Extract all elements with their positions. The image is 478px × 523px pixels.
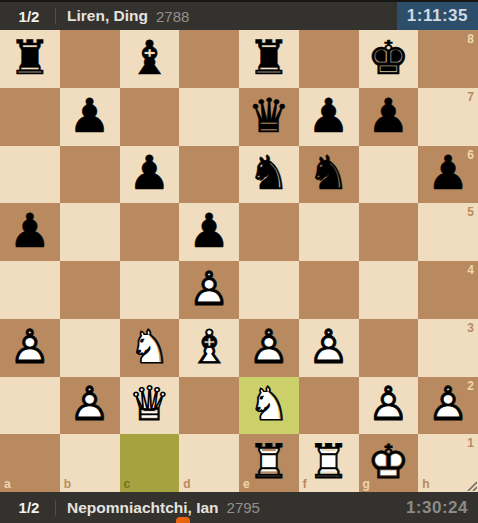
square-a4[interactable] [0,261,60,319]
black-knight[interactable]: ♞ [299,146,359,204]
white-pawn[interactable]: ♟♙ [0,319,60,377]
chess-app: 1/2 Liren, Ding 2788 1:11:35 ♜♝♜♚8♟♛♟♟7♟… [0,0,478,523]
square-a6[interactable] [0,146,60,204]
square-a7[interactable] [0,88,60,146]
black-pawn[interactable]: ♟ [359,88,419,146]
rank-label-7: 7 [467,91,474,103]
square-e2[interactable]: ♞♘ [239,377,299,435]
square-h8[interactable]: 8 [418,30,478,88]
white-knight[interactable]: ♞♘ [120,319,180,377]
square-e8[interactable]: ♜ [239,30,299,88]
square-f7[interactable]: ♟ [299,88,359,146]
white-pawn[interactable]: ♟♙ [60,377,120,435]
top-player-name: Liren, Ding [67,7,148,25]
white-queen[interactable]: ♛♕ [120,377,180,435]
square-d3[interactable]: ♝♗ [179,319,239,377]
black-rook[interactable]: ♜ [239,30,299,88]
white-knight[interactable]: ♞♘ [239,377,299,435]
flame-icon [176,517,190,523]
square-g4[interactable] [359,261,419,319]
square-b5[interactable] [60,203,120,261]
square-f4[interactable] [299,261,359,319]
rank-label-1: 1 [467,437,474,449]
board-resize-handle[interactable] [465,479,477,491]
top-player-rating: 2788 [156,8,189,25]
square-h2[interactable]: ♟♙2 [418,377,478,435]
black-bishop[interactable]: ♝ [120,30,180,88]
square-b4[interactable] [60,261,120,319]
square-e7[interactable]: ♛ [239,88,299,146]
rank-label-4: 4 [467,264,474,276]
black-pawn[interactable]: ♟ [60,88,120,146]
square-g3[interactable] [359,319,419,377]
square-d6[interactable] [179,146,239,204]
square-c2[interactable]: ♛♕ [120,377,180,435]
square-g7[interactable]: ♟ [359,88,419,146]
white-bishop[interactable]: ♝♗ [179,319,239,377]
file-label-g: g [363,478,370,490]
square-c6[interactable]: ♟ [120,146,180,204]
square-g5[interactable] [359,203,419,261]
divider [55,8,56,24]
square-b1[interactable]: b [60,434,120,492]
black-knight[interactable]: ♞ [239,146,299,204]
square-g8[interactable]: ♚ [359,30,419,88]
square-e3[interactable]: ♟♙ [239,319,299,377]
square-e4[interactable] [239,261,299,319]
square-f8[interactable] [299,30,359,88]
square-a5[interactable]: ♟ [0,203,60,261]
square-d4[interactable]: ♟♙ [179,261,239,319]
square-b7[interactable]: ♟ [60,88,120,146]
square-e6[interactable]: ♞ [239,146,299,204]
square-c8[interactable]: ♝ [120,30,180,88]
square-c1[interactable]: c [120,434,180,492]
white-pawn[interactable]: ♟♙ [179,261,239,319]
square-h5[interactable]: 5 [418,203,478,261]
rank-label-2: 2 [467,380,474,392]
file-label-a: a [4,478,11,490]
square-c7[interactable] [120,88,180,146]
square-b6[interactable] [60,146,120,204]
bottom-player-clock: 1:30:24 [396,492,478,523]
top-player-clock: 1:11:35 [397,2,478,30]
square-g1[interactable]: ♚♔g [359,434,419,492]
bottom-player-bar: 1/2 Nepomniachtchi, Ian 2795 1:30:24 [0,492,478,523]
square-f1[interactable]: ♜♖f [299,434,359,492]
black-pawn[interactable]: ♟ [179,203,239,261]
rank-label-5: 5 [467,206,474,218]
square-c3[interactable]: ♞♘ [120,319,180,377]
square-b8[interactable] [60,30,120,88]
divider [55,500,56,516]
square-c4[interactable] [120,261,180,319]
square-b3[interactable] [60,319,120,377]
rank-label-8: 8 [467,33,474,45]
square-a1[interactable]: a [0,434,60,492]
square-f3[interactable]: ♟♙ [299,319,359,377]
white-pawn[interactable]: ♟♙ [239,319,299,377]
file-label-h: h [422,478,429,490]
board: ♜♝♜♚8♟♛♟♟7♟♞♞♟6♟♟5♟♙4♟♙♞♘♝♗♟♙♟♙3♟♙♛♕♞♘♟♙… [0,30,478,492]
file-label-f: f [303,478,307,490]
square-d2[interactable] [179,377,239,435]
square-g6[interactable] [359,146,419,204]
file-label-d: d [183,478,190,490]
top-player-bar: 1/2 Liren, Ding 2788 1:11:35 [0,0,478,30]
square-e5[interactable] [239,203,299,261]
white-pawn[interactable]: ♟♙ [299,319,359,377]
rank-label-6: 6 [467,149,474,161]
bottom-player-name: Nepomniachtchi, Ian [67,499,219,517]
black-pawn[interactable]: ♟ [0,203,60,261]
square-e1[interactable]: ♜♖e [239,434,299,492]
square-b2[interactable]: ♟♙ [60,377,120,435]
square-f5[interactable] [299,203,359,261]
square-f6[interactable]: ♞ [299,146,359,204]
bottom-player-score: 1/2 [0,499,44,516]
black-king[interactable]: ♚ [359,30,419,88]
white-rook[interactable]: ♜♖ [299,434,359,492]
square-h7[interactable]: 7 [418,88,478,146]
black-queen[interactable]: ♛ [239,88,299,146]
square-h6[interactable]: ♟6 [418,146,478,204]
square-d5[interactable]: ♟ [179,203,239,261]
file-label-e: e [243,478,250,490]
bottom-player-rating: 2795 [227,499,260,516]
square-h3[interactable]: 3 [418,319,478,377]
square-d8[interactable] [179,30,239,88]
square-c5[interactable] [120,203,180,261]
white-pawn[interactable]: ♟♙ [359,377,419,435]
square-a8[interactable]: ♜ [0,30,60,88]
file-label-b: b [64,478,71,490]
square-h4[interactable]: 4 [418,261,478,319]
square-g2[interactable]: ♟♙ [359,377,419,435]
rank-label-3: 3 [467,322,474,334]
top-player-score: 1/2 [0,8,44,25]
black-pawn[interactable]: ♟ [120,146,180,204]
black-pawn[interactable]: ♟ [299,88,359,146]
square-f2[interactable] [299,377,359,435]
file-label-c: c [124,478,131,490]
square-a3[interactable]: ♟♙ [0,319,60,377]
square-d1[interactable]: d [179,434,239,492]
square-d7[interactable] [179,88,239,146]
black-rook[interactable]: ♜ [0,30,60,88]
square-a2[interactable] [0,377,60,435]
